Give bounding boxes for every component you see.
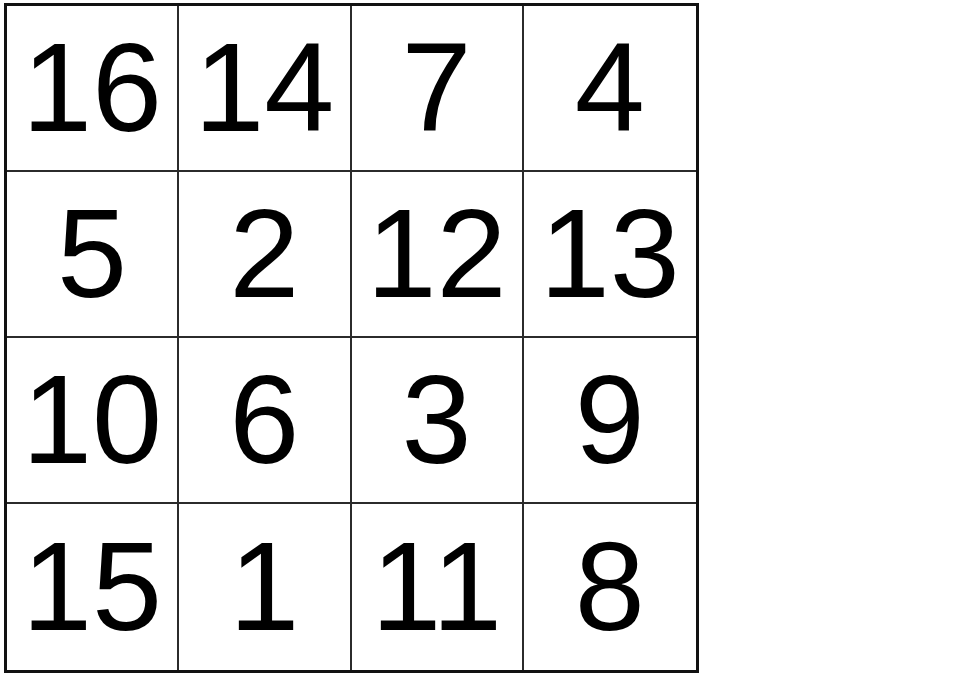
cell-r2c0[interactable]: 10: [7, 338, 179, 504]
cell-r1c1[interactable]: 2: [179, 172, 351, 338]
cell-r2c2[interactable]: 3: [352, 338, 524, 504]
cell-r0c3[interactable]: 4: [524, 6, 696, 172]
cell-r0c1[interactable]: 14: [179, 6, 351, 172]
cell-r1c3[interactable]: 13: [524, 172, 696, 338]
cell-r3c0[interactable]: 15: [7, 504, 179, 670]
cell-r1c0[interactable]: 5: [7, 172, 179, 338]
cell-r3c2[interactable]: 11: [352, 504, 524, 670]
cell-r2c1[interactable]: 6: [179, 338, 351, 504]
cell-r2c3[interactable]: 9: [524, 338, 696, 504]
cell-r0c2[interactable]: 7: [352, 6, 524, 172]
cell-r3c1[interactable]: 1: [179, 504, 351, 670]
cell-r0c0[interactable]: 16: [7, 6, 179, 172]
puzzle-board: 16 14 7 4 5 2 12 13 10 6 3 9 15 1 11 8: [4, 3, 699, 673]
cell-r3c3[interactable]: 8: [524, 504, 696, 670]
cell-r1c2[interactable]: 12: [352, 172, 524, 338]
